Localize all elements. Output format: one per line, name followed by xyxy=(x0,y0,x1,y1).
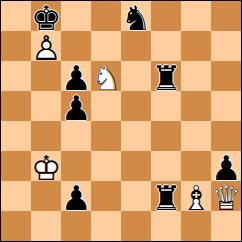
square-e1[interactable] xyxy=(121,211,151,241)
black-pawn-glyph: ♟ xyxy=(61,181,91,215)
square-f6[interactable]: ♜ xyxy=(151,61,181,91)
square-d6[interactable]: ♞♘ xyxy=(91,61,121,91)
square-b5[interactable] xyxy=(31,91,61,121)
square-b2[interactable] xyxy=(31,181,61,211)
square-c6[interactable]: ♟ xyxy=(61,61,91,91)
square-h4[interactable] xyxy=(211,121,241,151)
square-c5[interactable]: ♟ xyxy=(61,91,91,121)
square-f2[interactable]: ♜ xyxy=(151,181,181,211)
white-king-glyph: ♚ xyxy=(31,151,61,185)
white-king[interactable]: ♚♔ xyxy=(31,151,61,181)
square-h7[interactable] xyxy=(211,31,241,61)
square-b3[interactable]: ♚♔ xyxy=(31,151,61,181)
black-pawn[interactable]: ♟ xyxy=(61,181,91,211)
square-d7[interactable] xyxy=(91,31,121,61)
black-king[interactable]: ♚ xyxy=(31,1,61,31)
square-e5[interactable] xyxy=(121,91,151,121)
black-pawn-glyph: ♟ xyxy=(61,91,91,125)
square-b6[interactable] xyxy=(31,61,61,91)
square-f7[interactable] xyxy=(151,31,181,61)
black-pawn[interactable]: ♟ xyxy=(211,151,241,181)
square-a7[interactable] xyxy=(1,31,31,61)
white-pawn-glyph: ♟ xyxy=(31,31,61,65)
white-king-outline-icon: ♔ xyxy=(31,151,61,185)
square-h1[interactable] xyxy=(211,211,241,241)
square-g3[interactable] xyxy=(181,151,211,181)
square-a2[interactable] xyxy=(1,181,31,211)
white-bishop[interactable]: ♝♗ xyxy=(181,181,211,211)
black-king-glyph: ♚ xyxy=(31,1,61,35)
square-f8[interactable] xyxy=(151,1,181,31)
black-pawn-glyph: ♟ xyxy=(61,61,91,95)
square-d2[interactable] xyxy=(91,181,121,211)
square-f1[interactable] xyxy=(151,211,181,241)
square-c3[interactable] xyxy=(61,151,91,181)
black-knight-glyph: ♞ xyxy=(121,1,151,35)
white-queen-glyph: ♛ xyxy=(211,181,241,215)
white-queen[interactable]: ♛♕ xyxy=(211,181,241,211)
white-knight-glyph: ♞ xyxy=(91,61,121,95)
square-b7[interactable]: ♟♙ xyxy=(31,31,61,61)
square-c1[interactable] xyxy=(61,211,91,241)
square-a6[interactable] xyxy=(1,61,31,91)
square-g5[interactable] xyxy=(181,91,211,121)
square-e3[interactable] xyxy=(121,151,151,181)
square-d8[interactable] xyxy=(91,1,121,31)
square-d1[interactable] xyxy=(91,211,121,241)
black-rook[interactable]: ♜ xyxy=(151,181,181,211)
square-d4[interactable] xyxy=(91,121,121,151)
black-rook-glyph: ♜ xyxy=(151,61,181,95)
square-a4[interactable] xyxy=(1,121,31,151)
square-a3[interactable] xyxy=(1,151,31,181)
square-e4[interactable] xyxy=(121,121,151,151)
square-h5[interactable] xyxy=(211,91,241,121)
white-bishop-outline-icon: ♗ xyxy=(181,181,211,215)
white-pawn-outline-icon: ♙ xyxy=(31,31,61,65)
square-e6[interactable] xyxy=(121,61,151,91)
white-knight[interactable]: ♞♘ xyxy=(91,61,121,91)
square-e7[interactable] xyxy=(121,31,151,61)
square-c4[interactable] xyxy=(61,121,91,151)
square-g6[interactable] xyxy=(181,61,211,91)
square-a1[interactable] xyxy=(1,211,31,241)
black-knight[interactable]: ♞ xyxy=(121,1,151,31)
square-c7[interactable] xyxy=(61,31,91,61)
square-d5[interactable] xyxy=(91,91,121,121)
square-f5[interactable] xyxy=(151,91,181,121)
white-pawn[interactable]: ♟♙ xyxy=(31,31,61,61)
square-c8[interactable] xyxy=(61,1,91,31)
square-b1[interactable] xyxy=(31,211,61,241)
black-pawn[interactable]: ♟ xyxy=(61,91,91,121)
square-a5[interactable] xyxy=(1,91,31,121)
square-b4[interactable] xyxy=(31,121,61,151)
white-knight-outline-icon: ♘ xyxy=(91,61,121,95)
square-a8[interactable] xyxy=(1,1,31,31)
square-h3[interactable]: ♟ xyxy=(211,151,241,181)
square-e8[interactable]: ♞ xyxy=(121,1,151,31)
square-c2[interactable]: ♟ xyxy=(61,181,91,211)
square-d3[interactable] xyxy=(91,151,121,181)
black-rook-glyph: ♜ xyxy=(151,181,181,215)
square-h8[interactable] xyxy=(211,1,241,31)
black-pawn-glyph: ♟ xyxy=(211,151,241,185)
square-g4[interactable] xyxy=(181,121,211,151)
square-e2[interactable] xyxy=(121,181,151,211)
white-bishop-glyph: ♝ xyxy=(181,181,211,215)
square-b8[interactable]: ♚ xyxy=(31,1,61,31)
square-f3[interactable] xyxy=(151,151,181,181)
chess-board: ♚♞♟♙♟♞♘♜♟♚♔♟♟♜♝♗♛♕ xyxy=(0,0,242,242)
square-h2[interactable]: ♛♕ xyxy=(211,181,241,211)
square-g1[interactable] xyxy=(181,211,211,241)
square-g8[interactable] xyxy=(181,1,211,31)
square-h6[interactable] xyxy=(211,61,241,91)
square-g2[interactable]: ♝♗ xyxy=(181,181,211,211)
black-rook[interactable]: ♜ xyxy=(151,61,181,91)
square-g7[interactable] xyxy=(181,31,211,61)
black-pawn[interactable]: ♟ xyxy=(61,61,91,91)
white-queen-outline-icon: ♕ xyxy=(211,181,241,215)
square-f4[interactable] xyxy=(151,121,181,151)
